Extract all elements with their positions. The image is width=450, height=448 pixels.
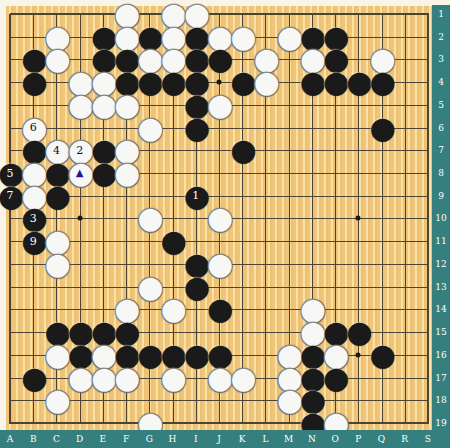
stone-black: ● [207,297,231,321]
column-label: N [308,435,316,444]
stone-black: ● [346,320,370,344]
column-label: A [7,435,14,444]
stone-black: ● [184,116,208,140]
stone-white: ● [91,93,115,117]
row-label: 3 [438,55,444,64]
stone-white: ● [161,366,185,390]
row-label: 1 [438,10,444,19]
row-label: 12 [435,259,446,268]
stone-white: ● [137,116,161,140]
row-label: 9 [438,191,444,200]
stone-black: ● [323,70,347,94]
go-diagram-screen: ●●●●●●●●●●●●●●●●●●●●●●●●●●●●●●●●●●●●●●●●… [0,0,450,448]
stone-white: ● [68,366,92,390]
stone-black: ● [370,70,394,94]
column-label: L [262,435,268,444]
stone-white: ● [230,25,254,49]
grid-line-vertical [405,14,406,424]
move-number-label: 1 [184,184,208,208]
stone-black: ●1 [184,184,208,208]
grid-line-horizontal [10,400,429,401]
row-label: 14 [435,305,446,314]
row-label: 5 [438,100,444,109]
row-label: 17 [435,373,446,382]
stone-white: ● [137,206,161,230]
stone-white: ● [114,161,138,185]
row-label: 10 [435,214,446,223]
stone-black: ● [21,366,45,390]
stone-black: ● [184,275,208,299]
stone-white: ● [137,275,161,299]
stone-black: ● [137,343,161,367]
column-label: E [100,435,107,444]
grid-line-vertical [427,14,429,424]
stone-white: ●▲ [68,161,92,185]
row-label: 13 [435,282,446,291]
grid-line-horizontal [10,241,429,242]
star-point [356,216,361,221]
grid-line-horizontal [10,422,429,424]
stone-black: ● [370,343,394,367]
stone-white: ● [277,25,301,49]
column-label: O [331,435,338,444]
stone-white: ● [114,93,138,117]
stone-white: ● [68,93,92,117]
stone-white: ● [44,343,68,367]
stone-white: ● [277,388,301,412]
stone-black: ● [91,161,115,185]
stone-white: ● [114,366,138,390]
column-label: B [30,435,37,444]
stone-black: ● [21,70,45,94]
column-label: K [239,435,246,444]
row-label: 11 [435,237,446,246]
go-board[interactable]: ●●●●●●●●●●●●●●●●●●●●●●●●●●●●●●●●●●●●●●●●… [6,6,432,430]
stone-black: ●7 [0,184,22,208]
column-label: J [217,435,221,444]
row-label: 15 [435,328,446,337]
stone-white: ● [207,252,231,276]
stone-white: ● [207,93,231,117]
column-label: G [146,435,153,444]
star-point [356,352,361,357]
move-number-label: 9 [21,229,45,253]
row-label: 2 [438,32,444,41]
stone-black: ● [184,343,208,367]
column-label: S [425,435,431,444]
row-label: 16 [435,350,446,359]
stone-white: ● [253,70,277,94]
star-point [216,80,221,85]
stone-black: ● [230,70,254,94]
column-label: Q [378,435,385,444]
triangle-marker-icon: ▲ [68,161,92,185]
row-label: 18 [435,396,446,405]
stone-white: ● [207,366,231,390]
stone-black: ● [207,47,231,71]
stone-white: ● [44,388,68,412]
grid-line-horizontal [10,287,429,288]
column-label: I [194,435,198,444]
stone-black: ● [161,229,185,253]
column-label: H [169,435,177,444]
stone-black: ● [230,138,254,162]
column-label: C [53,435,60,444]
stone-black: ● [161,70,185,94]
column-label: M [284,435,293,444]
stone-white: ● [44,47,68,71]
stone-white: ● [44,252,68,276]
row-label: 19 [435,418,446,427]
stone-black: ● [44,184,68,208]
star-point [77,216,82,221]
column-label: F [123,435,129,444]
stone-white: ● [91,366,115,390]
column-label: P [355,435,361,444]
stone-black: ●9 [21,229,45,253]
stone-black: ● [370,116,394,140]
column-label: D [76,435,83,444]
stone-black: ● [323,366,347,390]
move-number-label: 7 [0,184,22,208]
stone-black: ● [300,70,324,94]
stone-black: ● [346,70,370,94]
row-label: 4 [438,78,444,87]
column-label: R [401,435,408,444]
stone-white: ● [207,206,231,230]
stone-white: ● [161,297,185,321]
stone-white: ● [230,366,254,390]
stone-black: ● [137,70,161,94]
row-label: 6 [438,123,444,132]
row-label: 8 [438,169,444,178]
row-label: 7 [438,146,444,155]
